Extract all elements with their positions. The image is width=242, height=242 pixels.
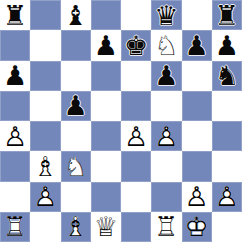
square-g2[interactable]: ♟♙ bbox=[182, 182, 212, 212]
white-knight-f7[interactable]: ♞♘ bbox=[151, 30, 181, 60]
square-a4[interactable]: ♟♙ bbox=[0, 121, 30, 151]
square-c7[interactable] bbox=[61, 30, 91, 60]
white-bishop-c1[interactable]: ♝♗ bbox=[61, 212, 91, 242]
square-g6[interactable] bbox=[182, 61, 212, 91]
square-g1[interactable]: ♚♔ bbox=[182, 212, 212, 242]
square-c2[interactable] bbox=[61, 182, 91, 212]
white-piece-outline-icon: ♗ bbox=[30, 151, 60, 181]
white-piece-outline-icon: ♖ bbox=[151, 212, 181, 242]
white-pawn-h2[interactable]: ♟♙ bbox=[212, 182, 242, 212]
square-f4[interactable]: ♟♙ bbox=[151, 121, 181, 151]
white-king-g1[interactable]: ♚♔ bbox=[182, 212, 212, 242]
square-c1[interactable]: ♝♗ bbox=[61, 212, 91, 242]
square-d2[interactable] bbox=[91, 182, 121, 212]
black-piece-icon: ♝ bbox=[61, 0, 91, 30]
black-queen-f8[interactable]: ♛ bbox=[151, 0, 181, 30]
square-g3[interactable] bbox=[182, 151, 212, 181]
square-h6[interactable]: ♞ bbox=[212, 61, 242, 91]
square-b5[interactable] bbox=[30, 91, 60, 121]
black-piece-icon: ♚ bbox=[121, 30, 151, 60]
black-knight-h6[interactable]: ♞ bbox=[212, 61, 242, 91]
white-piece-outline-icon: ♙ bbox=[121, 121, 151, 151]
black-piece-icon: ♟ bbox=[212, 30, 242, 60]
black-bishop-c8[interactable]: ♝ bbox=[61, 0, 91, 30]
square-b1[interactable] bbox=[30, 212, 60, 242]
square-f5[interactable] bbox=[151, 91, 181, 121]
square-f2[interactable] bbox=[151, 182, 181, 212]
white-pawn-e4[interactable]: ♟♙ bbox=[121, 121, 151, 151]
black-pawn-c5[interactable]: ♟ bbox=[61, 91, 91, 121]
square-f1[interactable]: ♜♖ bbox=[151, 212, 181, 242]
square-g7[interactable]: ♟ bbox=[182, 30, 212, 60]
black-piece-icon: ♞ bbox=[212, 61, 242, 91]
square-e7[interactable]: ♚ bbox=[121, 30, 151, 60]
square-e3[interactable] bbox=[121, 151, 151, 181]
black-piece-icon: ♛ bbox=[151, 0, 181, 30]
square-d4[interactable] bbox=[91, 121, 121, 151]
white-piece-outline-icon: ♙ bbox=[151, 121, 181, 151]
white-piece-outline-icon: ♘ bbox=[151, 30, 181, 60]
square-e1[interactable] bbox=[121, 212, 151, 242]
black-piece-icon: ♟ bbox=[91, 30, 121, 60]
square-d8[interactable] bbox=[91, 0, 121, 30]
square-a6[interactable]: ♟ bbox=[0, 61, 30, 91]
square-d6[interactable] bbox=[91, 61, 121, 91]
white-piece-outline-icon: ♔ bbox=[182, 212, 212, 242]
white-pawn-b2[interactable]: ♟♙ bbox=[30, 182, 60, 212]
square-c8[interactable]: ♝ bbox=[61, 0, 91, 30]
square-f3[interactable] bbox=[151, 151, 181, 181]
square-a8[interactable]: ♜ bbox=[0, 0, 30, 30]
square-e4[interactable]: ♟♙ bbox=[121, 121, 151, 151]
black-rook-h8[interactable]: ♜ bbox=[212, 0, 242, 30]
square-b8[interactable] bbox=[30, 0, 60, 30]
black-pawn-d7[interactable]: ♟ bbox=[91, 30, 121, 60]
square-a3[interactable] bbox=[0, 151, 30, 181]
square-c3[interactable]: ♞♘ bbox=[61, 151, 91, 181]
square-b2[interactable]: ♟♙ bbox=[30, 182, 60, 212]
square-h2[interactable]: ♟♙ bbox=[212, 182, 242, 212]
square-e6[interactable] bbox=[121, 61, 151, 91]
square-c4[interactable] bbox=[61, 121, 91, 151]
white-piece-outline-icon: ♕ bbox=[91, 212, 121, 242]
white-pawn-a4[interactable]: ♟♙ bbox=[0, 121, 30, 151]
square-h1[interactable] bbox=[212, 212, 242, 242]
square-g5[interactable] bbox=[182, 91, 212, 121]
black-pawn-a6[interactable]: ♟ bbox=[0, 61, 30, 91]
square-h4[interactable] bbox=[212, 121, 242, 151]
white-knight-c3[interactable]: ♞♘ bbox=[61, 151, 91, 181]
square-f6[interactable]: ♟ bbox=[151, 61, 181, 91]
square-d5[interactable] bbox=[91, 91, 121, 121]
square-g4[interactable] bbox=[182, 121, 212, 151]
white-pawn-g2[interactable]: ♟♙ bbox=[182, 182, 212, 212]
square-h3[interactable] bbox=[212, 151, 242, 181]
square-d1[interactable]: ♛♕ bbox=[91, 212, 121, 242]
chess-board: ♜♝♛♜♟♚♞♘♟♟♟♟♞♟♟♙♟♙♟♙♝♗♞♘♟♙♟♙♟♙♜♖♝♗♛♕♜♖♚♔ bbox=[0, 0, 242, 242]
white-piece-outline-icon: ♙ bbox=[30, 182, 60, 212]
white-piece-outline-icon: ♘ bbox=[61, 151, 91, 181]
square-f8[interactable]: ♛ bbox=[151, 0, 181, 30]
white-rook-f1[interactable]: ♜♖ bbox=[151, 212, 181, 242]
square-a7[interactable] bbox=[0, 30, 30, 60]
square-a1[interactable]: ♜♖ bbox=[0, 212, 30, 242]
square-e2[interactable] bbox=[121, 182, 151, 212]
black-rook-a8[interactable]: ♜ bbox=[0, 0, 30, 30]
black-piece-icon: ♜ bbox=[0, 0, 30, 30]
white-rook-a1[interactable]: ♜♖ bbox=[0, 212, 30, 242]
black-piece-icon: ♜ bbox=[212, 0, 242, 30]
white-piece-outline-icon: ♙ bbox=[212, 182, 242, 212]
square-c6[interactable] bbox=[61, 61, 91, 91]
black-piece-icon: ♟ bbox=[182, 30, 212, 60]
square-g8[interactable] bbox=[182, 0, 212, 30]
black-piece-icon: ♟ bbox=[0, 61, 30, 91]
square-f7[interactable]: ♞♘ bbox=[151, 30, 181, 60]
black-pawn-g7[interactable]: ♟ bbox=[182, 30, 212, 60]
square-h5[interactable] bbox=[212, 91, 242, 121]
square-d7[interactable]: ♟ bbox=[91, 30, 121, 60]
black-king-e7[interactable]: ♚ bbox=[121, 30, 151, 60]
white-piece-outline-icon: ♙ bbox=[0, 121, 30, 151]
white-piece-outline-icon: ♗ bbox=[61, 212, 91, 242]
square-b3[interactable]: ♝♗ bbox=[30, 151, 60, 181]
white-piece-outline-icon: ♙ bbox=[182, 182, 212, 212]
square-h8[interactable]: ♜ bbox=[212, 0, 242, 30]
square-b6[interactable] bbox=[30, 61, 60, 91]
black-pawn-f6[interactable]: ♟ bbox=[151, 61, 181, 91]
black-piece-icon: ♟ bbox=[151, 61, 181, 91]
square-e8[interactable] bbox=[121, 0, 151, 30]
square-d3[interactable] bbox=[91, 151, 121, 181]
square-h7[interactable]: ♟ bbox=[212, 30, 242, 60]
square-a5[interactable] bbox=[0, 91, 30, 121]
white-bishop-b3[interactable]: ♝♗ bbox=[30, 151, 60, 181]
white-queen-d1[interactable]: ♛♕ bbox=[91, 212, 121, 242]
black-pawn-h7[interactable]: ♟ bbox=[212, 30, 242, 60]
square-b4[interactable] bbox=[30, 121, 60, 151]
square-a2[interactable] bbox=[0, 182, 30, 212]
black-piece-icon: ♟ bbox=[61, 91, 91, 121]
square-e5[interactable] bbox=[121, 91, 151, 121]
square-c5[interactable]: ♟ bbox=[61, 91, 91, 121]
square-b7[interactable] bbox=[30, 30, 60, 60]
white-piece-outline-icon: ♖ bbox=[0, 212, 30, 242]
white-pawn-f4[interactable]: ♟♙ bbox=[151, 121, 181, 151]
